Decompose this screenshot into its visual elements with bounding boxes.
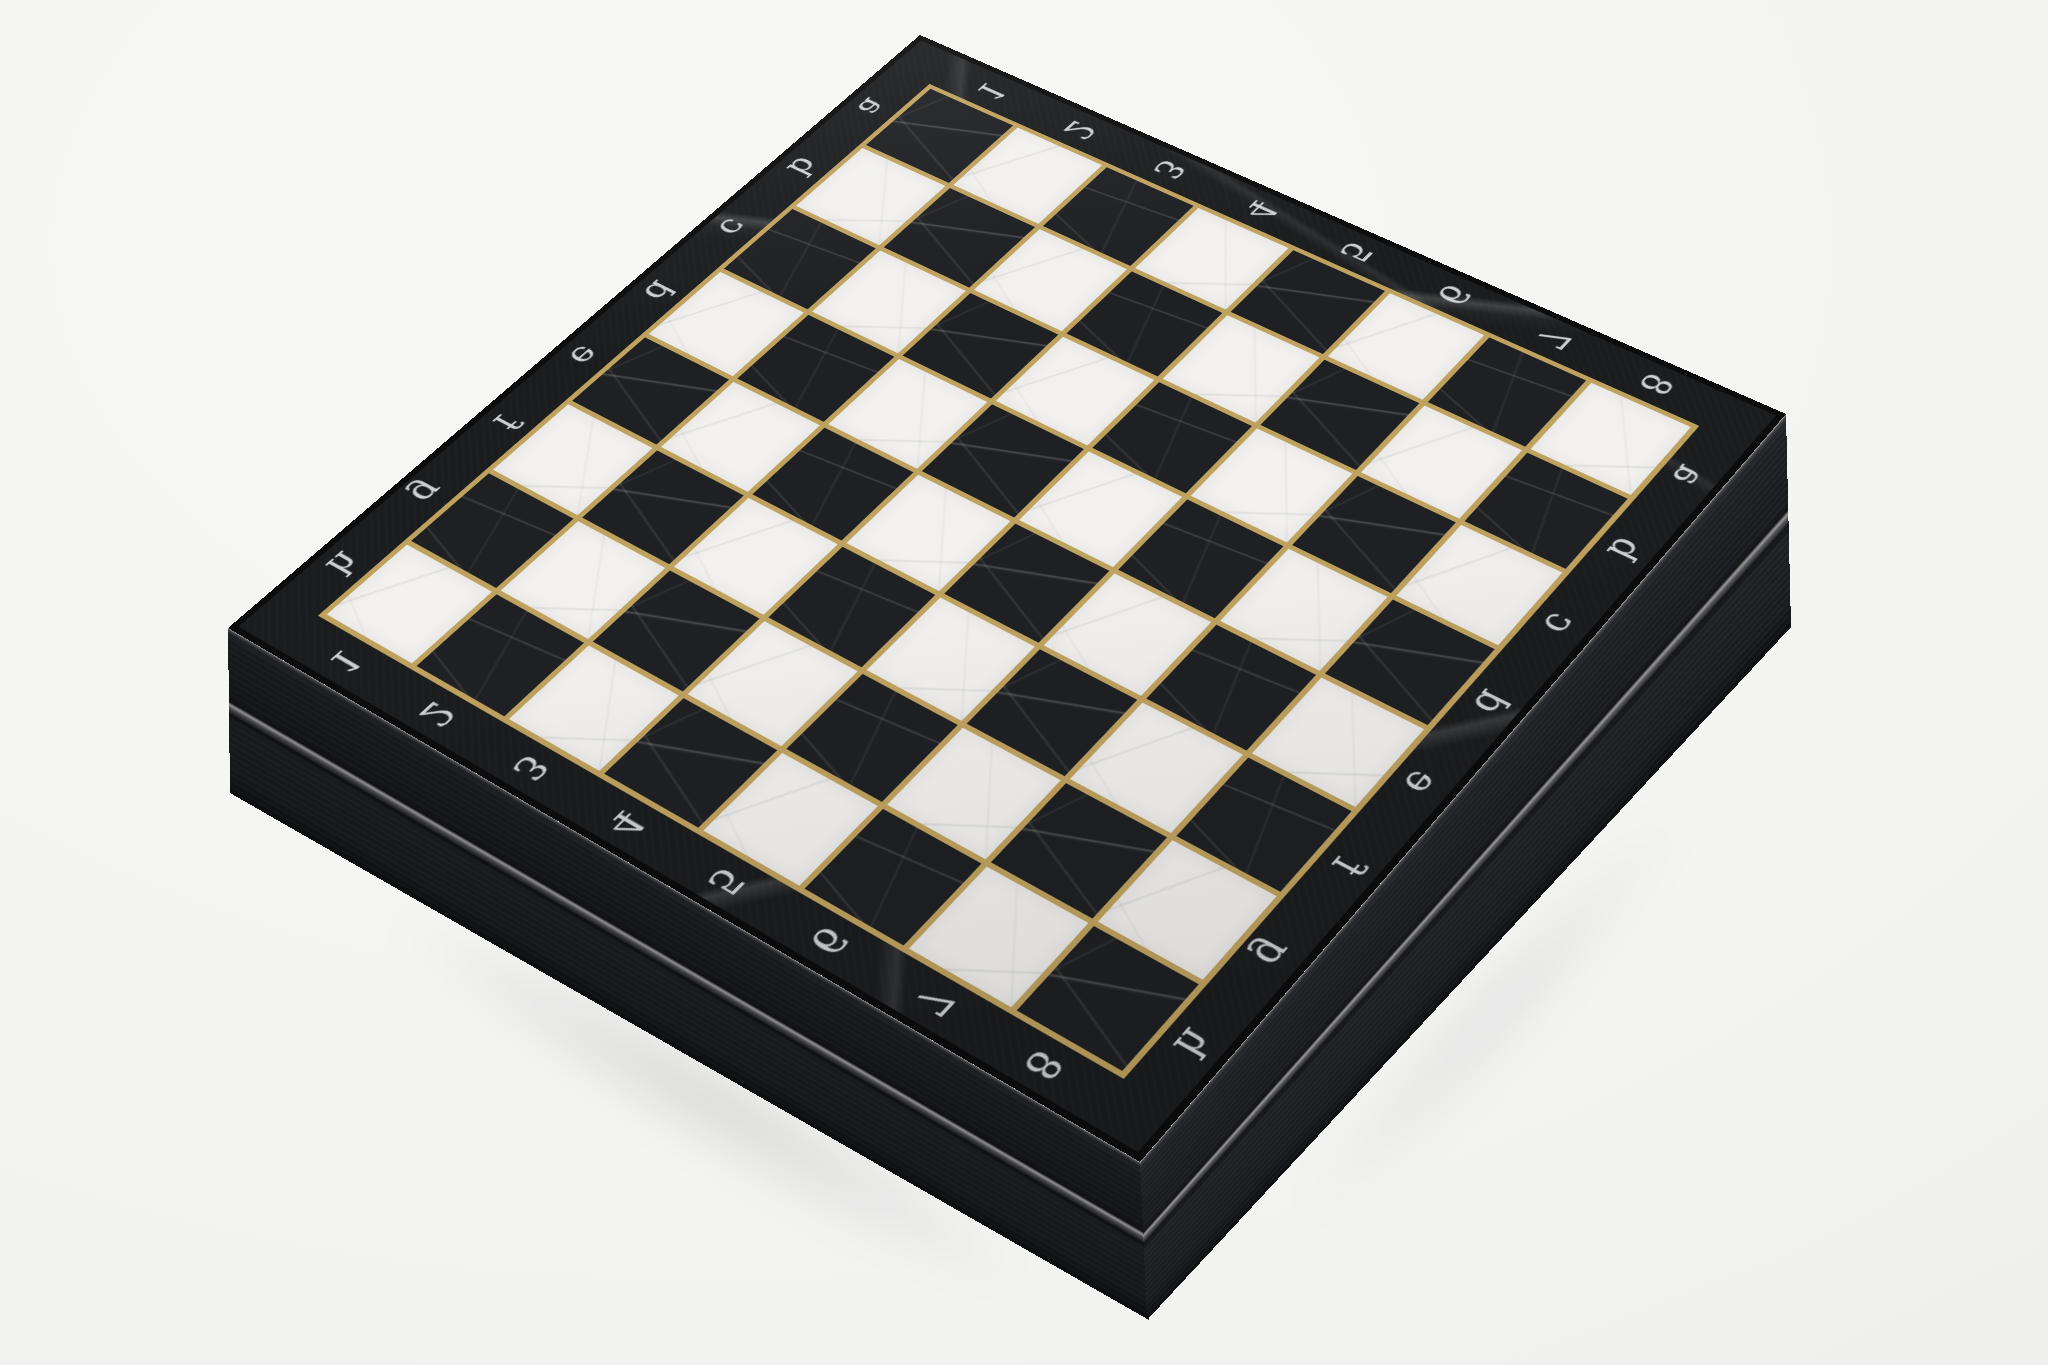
file-label-h-far-edge: h [1166,1022,1223,1064]
rank-label-2-far-edge: 2 [412,696,463,732]
chess-board-top: aa11bb22cc33dd44ee55ff66gg77hh88 [228,35,1786,1162]
file-label-c-near-edge: c [711,215,755,241]
file-label-f-near-edge: f [487,411,527,435]
file-label-b-near-edge: b [781,153,826,180]
file-label-c-far-edge: c [1535,608,1585,641]
file-label-b-far-edge: b [1600,532,1652,566]
file-label-h-near-edge: h [320,547,369,580]
rank-label-7-far-edge: 7 [906,981,961,1022]
file-label-g-far-edge: g [1245,933,1301,974]
rank-label-4-far-edge: 4 [601,805,653,843]
rank-label-6-near-edge: 6 [1430,280,1478,309]
rank-label-6-far-edge: 6 [801,921,855,961]
rank-label-3-far-edge: 3 [505,750,557,787]
rank-label-5-far-edge: 5 [700,862,753,901]
rank-label-8-far-edge: 8 [1015,1044,1071,1086]
rank-label-1-far-edge: 1 [322,644,372,679]
rank-label-4-near-edge: 4 [1239,196,1285,224]
rank-label-3-near-edge: 3 [1147,156,1193,183]
rank-label-5-near-edge: 5 [1333,238,1380,267]
file-label-e-far-edge: e [1395,765,1448,801]
file-label-a-near-edge: a [851,94,894,119]
rank-label-1-near-edge: 1 [970,78,1014,104]
file-label-g-near-edge: g [403,476,451,508]
file-label-d-far-edge: d [1466,684,1519,720]
rank-label-7-near-edge: 7 [1529,324,1578,354]
file-label-e-near-edge: e [562,341,607,370]
rank-label-8-near-edge: 8 [1631,369,1680,400]
rank-label-2-near-edge: 2 [1057,117,1102,144]
file-label-a-far-edge: a [1665,460,1715,491]
file-label-d-near-edge: d [637,276,683,305]
file-label-f-far-edge: f [1325,851,1373,882]
